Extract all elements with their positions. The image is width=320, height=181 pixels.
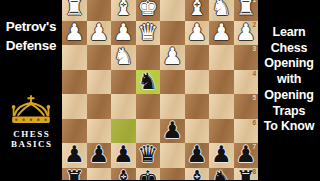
white-pawn-piece: ♟: [211, 21, 232, 44]
black-knight-piece: ♞: [137, 70, 158, 93]
square-g8[interactable]: [87, 168, 112, 181]
square-g2[interactable]: ♟: [87, 21, 112, 46]
square-a8[interactable]: ♜8: [234, 168, 259, 181]
rank-label-3: 3: [252, 46, 256, 53]
black-pawn-piece: ♟: [88, 143, 109, 166]
square-b5[interactable]: [209, 94, 234, 119]
white-bishop-piece: ♝: [113, 0, 134, 19]
square-d6[interactable]: ♟: [160, 119, 185, 144]
channel-name-line-2: BASICS: [0, 140, 62, 150]
caption-line: Opening: [258, 56, 320, 72]
white-pawn-piece: ♟: [186, 21, 207, 44]
square-h1[interactable]: ♜: [62, 0, 87, 21]
square-c6[interactable]: [185, 119, 210, 144]
square-h8[interactable]: ♜: [62, 168, 87, 181]
square-b8[interactable]: ♞: [209, 168, 234, 181]
square-e7[interactable]: ♛: [136, 143, 161, 168]
rank-label-5: 5: [252, 95, 256, 102]
square-e6[interactable]: [136, 119, 161, 144]
square-h4[interactable]: [62, 70, 87, 95]
title-line-1: Petrov's: [0, 17, 62, 36]
rank-label-7: 7: [252, 144, 256, 151]
white-pawn-piece: ♟: [64, 21, 85, 44]
square-e8[interactable]: ♚: [136, 168, 161, 181]
square-g4[interactable]: [87, 70, 112, 95]
square-b7[interactable]: ♟: [209, 143, 234, 168]
square-d4[interactable]: [160, 70, 185, 95]
square-g6[interactable]: [87, 119, 112, 144]
square-f6[interactable]: [111, 119, 136, 144]
rank-label-2: 2: [252, 22, 256, 29]
white-king-piece: ♚: [137, 0, 158, 19]
square-b2[interactable]: ♟: [209, 21, 234, 46]
square-h2[interactable]: ♟: [62, 21, 87, 46]
square-d5[interactable]: [160, 94, 185, 119]
square-b3[interactable]: [209, 45, 234, 70]
square-h3[interactable]: [62, 45, 87, 70]
square-d3[interactable]: ♟: [160, 45, 185, 70]
square-a4[interactable]: 4: [234, 70, 259, 95]
rank-label-6: 6: [252, 120, 256, 127]
black-bishop-piece: ♝: [113, 168, 134, 180]
title-line-2: Defense: [0, 36, 62, 55]
square-d8[interactable]: [160, 168, 185, 181]
square-b4[interactable]: [209, 70, 234, 95]
square-h6[interactable]: [62, 119, 87, 144]
white-pawn-piece: ♟: [88, 21, 109, 44]
chess-board[interactable]: ♜♝♚♝♞♜1♟♟♟♛♟♟♟2♞♟3♞45♟6♟♟♟♛♟♟♟7♜♝♚♝♞♜8: [62, 0, 258, 180]
white-pawn-piece: ♟: [113, 21, 134, 44]
square-c8[interactable]: ♝: [185, 168, 210, 181]
square-f8[interactable]: ♝: [111, 168, 136, 181]
caption-line: with: [258, 72, 320, 88]
square-a7[interactable]: ♟7: [234, 143, 259, 168]
channel-logo: CHESS BASICS: [0, 95, 62, 149]
black-pawn-piece: ♟: [113, 143, 134, 166]
square-e1[interactable]: ♚: [136, 0, 161, 21]
square-c7[interactable]: ♟: [185, 143, 210, 168]
white-rook-piece: ♜: [64, 0, 85, 19]
square-f2[interactable]: ♟: [111, 21, 136, 46]
white-pawn-piece: ♟: [162, 45, 183, 68]
square-a1[interactable]: ♜1: [234, 0, 259, 21]
black-pawn-piece: ♟: [186, 143, 207, 166]
square-d2[interactable]: [160, 21, 185, 46]
square-e3[interactable]: [136, 45, 161, 70]
square-b6[interactable]: [209, 119, 234, 144]
square-g3[interactable]: [87, 45, 112, 70]
caption-line: Traps: [258, 104, 320, 120]
square-f4[interactable]: [111, 70, 136, 95]
square-f1[interactable]: ♝: [111, 0, 136, 21]
white-queen-piece: ♛: [137, 21, 158, 44]
square-c4[interactable]: [185, 70, 210, 95]
square-e5[interactable]: [136, 94, 161, 119]
black-knight-piece: ♞: [211, 168, 232, 180]
channel-name: CHESS BASICS: [0, 130, 62, 149]
white-knight-piece: ♞: [113, 45, 134, 68]
square-h7[interactable]: ♟: [62, 143, 87, 168]
video-thumbnail: Petrov's Defense CHESS BASICS: [0, 0, 320, 180]
page-title: Petrov's Defense: [0, 17, 62, 55]
square-f7[interactable]: ♟: [111, 143, 136, 168]
square-c3[interactable]: [185, 45, 210, 70]
square-e4[interactable]: ♞: [136, 70, 161, 95]
caption-line: Opening: [258, 88, 320, 104]
caption-line: To Know: [258, 119, 320, 135]
white-knight-piece: ♞: [211, 0, 232, 19]
square-c2[interactable]: ♟: [185, 21, 210, 46]
square-f3[interactable]: ♞: [111, 45, 136, 70]
caption-line: Chess: [258, 41, 320, 57]
square-b1[interactable]: ♞: [209, 0, 234, 21]
square-e2[interactable]: ♛: [136, 21, 161, 46]
white-bishop-piece: ♝: [186, 0, 207, 19]
square-d1[interactable]: [160, 0, 185, 21]
black-pawn-piece: ♟: [211, 143, 232, 166]
black-bishop-piece: ♝: [186, 168, 207, 180]
square-g1[interactable]: [87, 0, 112, 21]
square-g7[interactable]: ♟: [87, 143, 112, 168]
square-f5[interactable]: [111, 94, 136, 119]
caption-text: LearnChessOpeningwithOpeningTrapsTo Know: [258, 25, 320, 135]
square-a6[interactable]: 6: [234, 119, 259, 144]
square-a3[interactable]: 3: [234, 45, 259, 70]
rank-label-8: 8: [252, 169, 256, 176]
black-king-piece: ♚: [137, 168, 158, 180]
square-g5[interactable]: [87, 94, 112, 119]
square-h5[interactable]: [62, 94, 87, 119]
black-queen-piece: ♛: [137, 143, 158, 166]
black-rook-piece: ♜: [64, 168, 85, 180]
rank-label-1: 1: [252, 0, 256, 4]
square-c1[interactable]: ♝: [185, 0, 210, 21]
black-pawn-piece: ♟: [64, 143, 85, 166]
square-a2[interactable]: ♟2: [234, 21, 259, 46]
square-a5[interactable]: 5: [234, 94, 259, 119]
caption-line: Learn: [258, 25, 320, 41]
rank-label-4: 4: [252, 71, 256, 78]
crown-icon: [8, 95, 54, 128]
square-d7[interactable]: [160, 143, 185, 168]
black-pawn-piece: ♟: [162, 119, 183, 142]
square-c5[interactable]: [185, 94, 210, 119]
